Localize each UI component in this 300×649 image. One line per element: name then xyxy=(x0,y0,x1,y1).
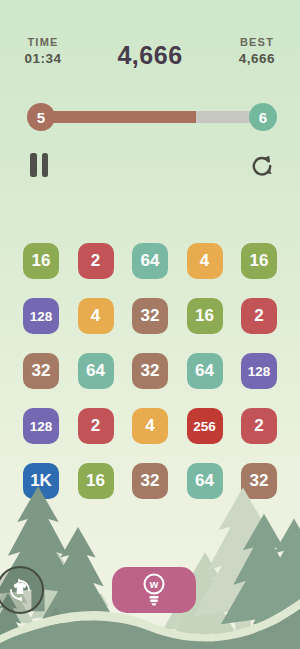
tile-4[interactable]: 4 xyxy=(78,298,114,334)
tile-128[interactable]: 128 xyxy=(23,408,59,444)
pause-icon xyxy=(30,153,37,177)
tile-64[interactable]: 64 xyxy=(78,353,114,389)
pause-icon xyxy=(42,153,49,177)
hint-button[interactable]: w xyxy=(112,567,196,613)
level-progress-track xyxy=(40,111,263,123)
next-level-badge: 6 xyxy=(249,103,277,131)
tile-16[interactable]: 16 xyxy=(23,243,59,279)
tile-2[interactable]: 2 xyxy=(78,243,114,279)
tile-32[interactable]: 32 xyxy=(241,463,277,499)
lightbulb-hint-icon: w xyxy=(139,572,169,608)
current-level-badge: 5 xyxy=(27,103,55,131)
progress-fill xyxy=(40,111,196,123)
tile-128[interactable]: 128 xyxy=(241,353,277,389)
theme-swap-button[interactable] xyxy=(0,566,44,614)
shirt-swap-icon xyxy=(7,577,33,603)
best-label: BEST xyxy=(222,36,292,48)
restart-button[interactable] xyxy=(248,152,276,180)
board-grid: 16264416128432162326432641281282425621K1… xyxy=(23,243,277,499)
tile-16[interactable]: 16 xyxy=(78,463,114,499)
tile-2[interactable]: 2 xyxy=(241,298,277,334)
tile-16[interactable]: 16 xyxy=(241,243,277,279)
tile-32[interactable]: 32 xyxy=(132,463,168,499)
pause-button[interactable] xyxy=(30,153,48,177)
best-panel: BEST 4,666 xyxy=(222,36,292,66)
tile-2[interactable]: 2 xyxy=(241,408,277,444)
tile-32[interactable]: 32 xyxy=(23,353,59,389)
tile-128[interactable]: 128 xyxy=(23,298,59,334)
tile-64[interactable]: 64 xyxy=(132,243,168,279)
tile-2[interactable]: 2 xyxy=(78,408,114,444)
tile-16[interactable]: 16 xyxy=(187,298,223,334)
hint-letter: w xyxy=(149,578,159,590)
tile-256[interactable]: 256 xyxy=(187,408,223,444)
restart-icon xyxy=(248,152,276,180)
best-value: 4,666 xyxy=(222,51,292,66)
tile-4[interactable]: 4 xyxy=(132,408,168,444)
tile-32[interactable]: 32 xyxy=(132,353,168,389)
tile-64[interactable]: 64 xyxy=(187,463,223,499)
tile-4[interactable]: 4 xyxy=(187,243,223,279)
tile-32[interactable]: 32 xyxy=(132,298,168,334)
tile-1K[interactable]: 1K xyxy=(23,463,59,499)
tile-64[interactable]: 64 xyxy=(187,353,223,389)
game-screen: TIME 01:34 4,666 BEST 4,666 5 6 16264416… xyxy=(0,0,300,649)
